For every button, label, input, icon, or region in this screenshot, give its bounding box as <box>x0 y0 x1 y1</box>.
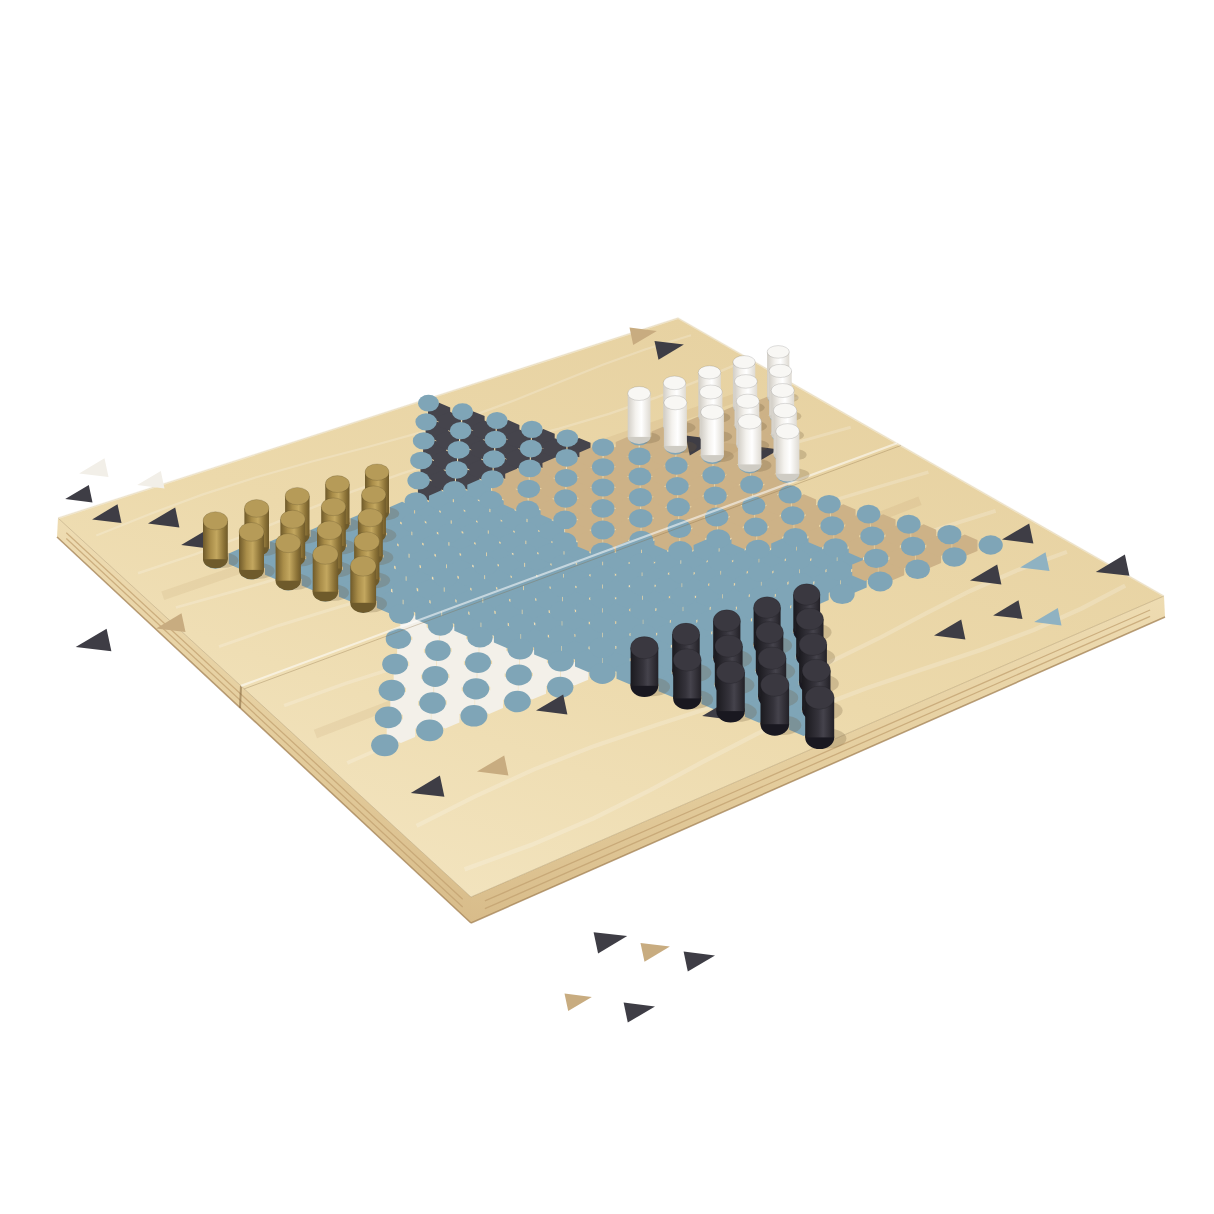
chinese-checkers-scene <box>0 0 1214 1214</box>
board-photo: Wooden Chinese checkers (Sternhalma) boa… <box>0 0 1214 1214</box>
product-photo-stage: Wooden Chinese checkers (Sternhalma) boa… <box>0 0 1214 1214</box>
